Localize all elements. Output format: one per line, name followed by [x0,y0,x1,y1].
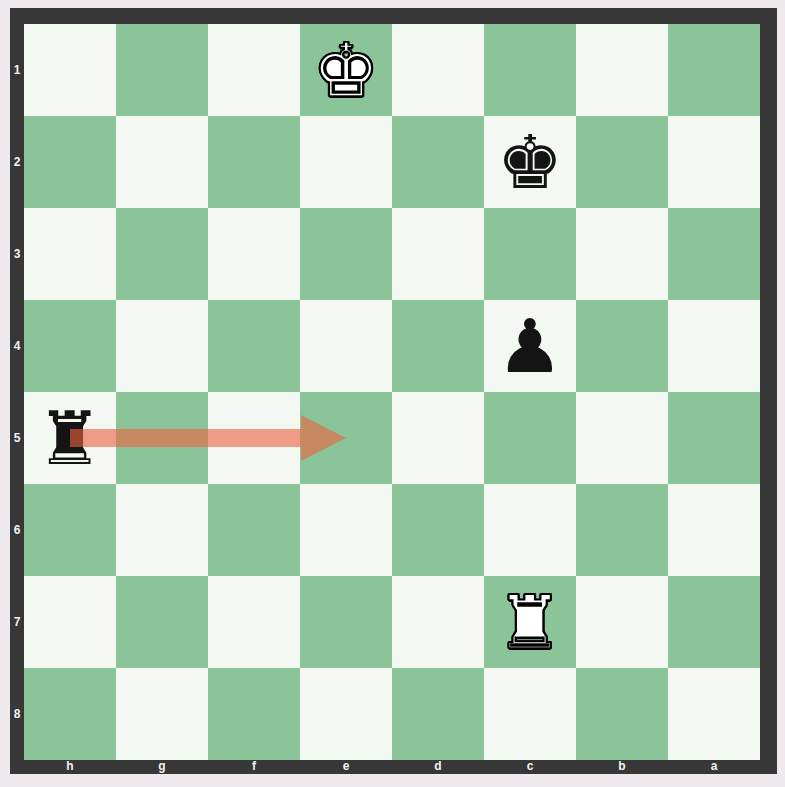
square-g5[interactable] [116,392,208,484]
square-c3[interactable] [484,208,576,300]
black-king[interactable]: ♚ [484,116,576,208]
square-g1[interactable] [116,24,208,116]
square-b2[interactable] [576,116,668,208]
rank-label-5: 5 [10,392,24,484]
rank-label-7: 7 [10,576,24,668]
square-b5[interactable] [576,392,668,484]
square-a6[interactable] [668,484,760,576]
square-e5[interactable] [300,392,392,484]
square-e3[interactable] [300,208,392,300]
square-a4[interactable] [668,300,760,392]
square-f2[interactable] [208,116,300,208]
square-c6[interactable] [484,484,576,576]
square-h1[interactable] [24,24,116,116]
square-f1[interactable] [208,24,300,116]
file-label-c: c [484,760,576,774]
square-f6[interactable] [208,484,300,576]
square-d3[interactable] [392,208,484,300]
square-b7[interactable] [576,576,668,668]
square-b3[interactable] [576,208,668,300]
square-d6[interactable] [392,484,484,576]
file-label-d: d [392,760,484,774]
square-b4[interactable] [576,300,668,392]
square-e8[interactable] [300,668,392,760]
square-h2[interactable] [24,116,116,208]
square-d1[interactable] [392,24,484,116]
black-rook[interactable]: ♜ [24,392,116,484]
square-c8[interactable] [484,668,576,760]
square-h5[interactable]: ♜ [24,392,116,484]
rank-label-4: 4 [10,300,24,392]
square-g3[interactable] [116,208,208,300]
square-c4[interactable]: ♟ [484,300,576,392]
white-rook[interactable]: ♜ [484,576,576,668]
square-b6[interactable] [576,484,668,576]
square-d5[interactable] [392,392,484,484]
square-f7[interactable] [208,576,300,668]
rank-label-6: 6 [10,484,24,576]
square-e1[interactable]: ♚ [300,24,392,116]
square-e2[interactable] [300,116,392,208]
rank-labels: 12345678 [10,24,24,760]
square-f8[interactable] [208,668,300,760]
square-c7[interactable]: ♜ [484,576,576,668]
board-grid: ♚♚♟♜♜ [24,24,760,760]
square-d4[interactable] [392,300,484,392]
file-label-h: h [24,760,116,774]
square-c5[interactable] [484,392,576,484]
square-g2[interactable] [116,116,208,208]
square-e6[interactable] [300,484,392,576]
file-label-g: g [116,760,208,774]
square-a1[interactable] [668,24,760,116]
square-f5[interactable] [208,392,300,484]
square-h6[interactable] [24,484,116,576]
square-h3[interactable] [24,208,116,300]
square-a2[interactable] [668,116,760,208]
square-d2[interactable] [392,116,484,208]
square-a5[interactable] [668,392,760,484]
file-label-b: b [576,760,668,774]
file-label-f: f [208,760,300,774]
square-f4[interactable] [208,300,300,392]
square-d8[interactable] [392,668,484,760]
rank-label-3: 3 [10,208,24,300]
square-a8[interactable] [668,668,760,760]
rank-label-1: 1 [10,24,24,116]
square-f3[interactable] [208,208,300,300]
black-pawn[interactable]: ♟ [484,300,576,392]
square-a3[interactable] [668,208,760,300]
rank-label-8: 8 [10,668,24,760]
square-g4[interactable] [116,300,208,392]
file-label-a: a [668,760,760,774]
rank-label-2: 2 [10,116,24,208]
file-label-e: e [300,760,392,774]
square-e4[interactable] [300,300,392,392]
square-h4[interactable] [24,300,116,392]
square-b8[interactable] [576,668,668,760]
white-king[interactable]: ♚ [300,24,392,116]
square-c2[interactable]: ♚ [484,116,576,208]
square-a7[interactable] [668,576,760,668]
square-e7[interactable] [300,576,392,668]
square-g7[interactable] [116,576,208,668]
square-c1[interactable] [484,24,576,116]
square-g8[interactable] [116,668,208,760]
square-h7[interactable] [24,576,116,668]
board-frame: 12345678 ♚♚♟♜♜ hgfedcba [10,8,777,774]
square-g6[interactable] [116,484,208,576]
square-b1[interactable] [576,24,668,116]
square-h8[interactable] [24,668,116,760]
square-d7[interactable] [392,576,484,668]
file-labels: hgfedcba [24,760,760,774]
